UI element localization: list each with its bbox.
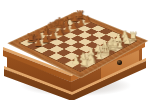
chess-set-photo: ♜♞♝♛♚♝♞♜♟♟♟♟♟♟♟♟♟♟♟♟♟♟♟♟♜♞♝♛♚♝♞♜ [0,0,150,100]
piece-white-rook[interactable]: ♜ [78,57,89,69]
piece-black-pawn[interactable]: ♟ [33,38,42,48]
square-e4[interactable] [78,39,92,46]
drawer-knob-icon[interactable] [117,60,122,65]
